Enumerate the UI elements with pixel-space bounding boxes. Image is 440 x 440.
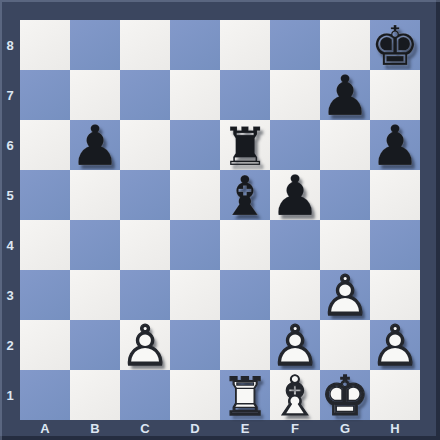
square-e5[interactable]: ♝ (220, 170, 270, 220)
square-e3[interactable] (220, 270, 270, 320)
black-bishop-icon: ♝ (220, 170, 270, 220)
square-g4[interactable] (320, 220, 370, 270)
rank-label-4: 4 (0, 220, 20, 270)
square-c6[interactable] (120, 120, 170, 170)
square-e1[interactable]: ♜♖ (220, 370, 270, 420)
file-label-a: A (20, 420, 70, 437)
rank-label-6: 6 (0, 120, 20, 170)
square-a8[interactable] (20, 20, 70, 70)
square-g3[interactable]: ♟♙ (320, 270, 370, 320)
white-rook-icon: ♜♖ (220, 370, 270, 420)
file-label-f: F (270, 420, 320, 437)
file-label-c: C (120, 420, 170, 437)
square-h8[interactable]: ♚ (370, 20, 420, 70)
square-a3[interactable] (20, 270, 70, 320)
square-g5[interactable] (320, 170, 370, 220)
square-b1[interactable] (70, 370, 120, 420)
rank-label-1: 1 (0, 370, 20, 420)
square-b4[interactable] (70, 220, 120, 270)
square-d7[interactable] (170, 70, 220, 120)
rank-label-3: 3 (0, 270, 20, 320)
file-label-d: D (170, 420, 220, 437)
black-pawn-icon: ♟ (270, 170, 320, 220)
file-label-e: E (220, 420, 270, 437)
square-h6[interactable]: ♟ (370, 120, 420, 170)
square-h2[interactable]: ♟♙ (370, 320, 420, 370)
black-king-icon: ♚ (370, 20, 420, 70)
file-label-g: G (320, 420, 370, 437)
square-f7[interactable] (270, 70, 320, 120)
square-e2[interactable] (220, 320, 270, 370)
rank-label-5: 5 (0, 170, 20, 220)
square-a7[interactable] (20, 70, 70, 120)
white-pawn-icon: ♟♙ (320, 270, 370, 320)
square-e7[interactable] (220, 70, 270, 120)
square-c1[interactable] (120, 370, 170, 420)
black-rook-icon: ♜ (220, 120, 270, 170)
square-g2[interactable] (320, 320, 370, 370)
square-a1[interactable] (20, 370, 70, 420)
white-bishop-icon: ♝♗ (270, 370, 320, 420)
square-b5[interactable] (70, 170, 120, 220)
square-h7[interactable] (370, 70, 420, 120)
square-a2[interactable] (20, 320, 70, 370)
square-c5[interactable] (120, 170, 170, 220)
square-h4[interactable] (370, 220, 420, 270)
black-pawn-icon: ♟ (320, 70, 370, 120)
square-g7[interactable]: ♟ (320, 70, 370, 120)
file-label-h: H (370, 420, 420, 437)
white-pawn-icon: ♟♙ (270, 320, 320, 370)
square-b2[interactable] (70, 320, 120, 370)
rank-label-8: 8 (0, 20, 20, 70)
square-g6[interactable] (320, 120, 370, 170)
square-b8[interactable] (70, 20, 120, 70)
square-b7[interactable] (70, 70, 120, 120)
square-b3[interactable] (70, 270, 120, 320)
white-pawn-icon: ♟♙ (120, 320, 170, 370)
file-label-b: B (70, 420, 120, 437)
rank-label-2: 2 (0, 320, 20, 370)
square-h5[interactable] (370, 170, 420, 220)
black-pawn-icon: ♟ (370, 120, 420, 170)
square-h3[interactable] (370, 270, 420, 320)
square-d2[interactable] (170, 320, 220, 370)
square-f4[interactable] (270, 220, 320, 270)
chess-board-frame: 87654321 ♚♟♟♜♟♝♟♟♙♟♙♟♙♟♙♜♖♝♗♚♔ ABCDEFGH (0, 0, 440, 440)
square-e4[interactable] (220, 220, 270, 270)
square-f8[interactable] (270, 20, 320, 70)
square-f3[interactable] (270, 270, 320, 320)
square-c8[interactable] (120, 20, 170, 70)
rank-labels: 87654321 (0, 20, 20, 420)
square-c3[interactable] (120, 270, 170, 320)
square-d5[interactable] (170, 170, 220, 220)
square-f2[interactable]: ♟♙ (270, 320, 320, 370)
square-b6[interactable]: ♟ (70, 120, 120, 170)
square-d3[interactable] (170, 270, 220, 320)
square-a4[interactable] (20, 220, 70, 270)
square-d6[interactable] (170, 120, 220, 170)
square-f1[interactable]: ♝♗ (270, 370, 320, 420)
square-a6[interactable] (20, 120, 70, 170)
square-c7[interactable] (120, 70, 170, 120)
white-king-icon: ♚♔ (320, 370, 370, 420)
square-f5[interactable]: ♟ (270, 170, 320, 220)
square-d4[interactable] (170, 220, 220, 270)
square-f6[interactable] (270, 120, 320, 170)
square-d1[interactable] (170, 370, 220, 420)
black-pawn-icon: ♟ (70, 120, 120, 170)
square-e6[interactable]: ♜ (220, 120, 270, 170)
white-pawn-icon: ♟♙ (370, 320, 420, 370)
square-a5[interactable] (20, 170, 70, 220)
rank-label-7: 7 (0, 70, 20, 120)
square-g1[interactable]: ♚♔ (320, 370, 370, 420)
file-labels: ABCDEFGH (20, 420, 420, 437)
square-d8[interactable] (170, 20, 220, 70)
chess-board: ♚♟♟♜♟♝♟♟♙♟♙♟♙♟♙♜♖♝♗♚♔ (20, 20, 420, 420)
square-c2[interactable]: ♟♙ (120, 320, 170, 370)
square-g8[interactable] (320, 20, 370, 70)
square-e8[interactable] (220, 20, 270, 70)
square-c4[interactable] (120, 220, 170, 270)
square-h1[interactable] (370, 370, 420, 420)
